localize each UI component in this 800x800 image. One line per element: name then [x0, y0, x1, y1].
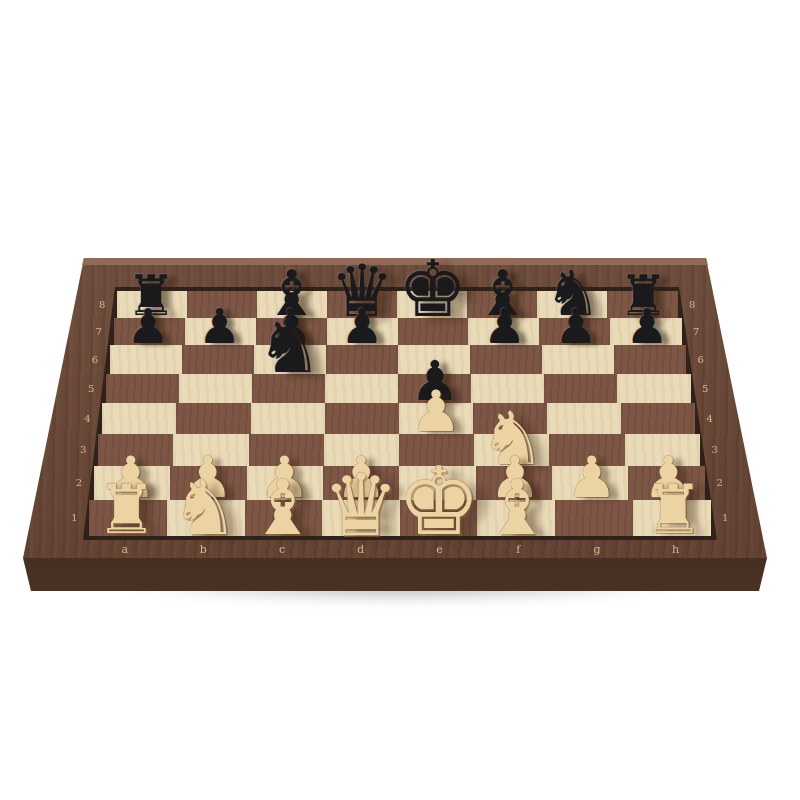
rank-label-right-2: 2: [717, 478, 723, 488]
rank-label-left-6: 6: [92, 355, 98, 365]
piece-white-knight-b1[interactable]: ♞: [171, 470, 239, 546]
square-a4[interactable]: [102, 403, 177, 434]
piece-white-rook-a1[interactable]: ♜: [96, 476, 157, 544]
file-label-g: g: [593, 544, 600, 555]
square-g5[interactable]: [544, 374, 618, 403]
square-b4[interactable]: [176, 403, 251, 434]
playing-area: [0, 0, 800, 800]
piece-white-king-e1[interactable]: ♚: [397, 455, 481, 549]
rank-label-right-6: 6: [697, 355, 703, 365]
board-cast-shadow: [10, 556, 790, 614]
piece-black-pawn-d7[interactable]: ♟: [340, 302, 383, 350]
rank-label-left-2: 2: [76, 478, 82, 488]
rank-label-right-7: 7: [693, 327, 699, 337]
piece-white-queen-d1[interactable]: ♛: [322, 462, 399, 548]
piece-white-pawn-g2[interactable]: ♟: [566, 449, 617, 506]
rank-label-left-8: 8: [99, 300, 105, 310]
chessboard-scene: abcdefgh8877665544332211 ♜♝♛♚♝♞♜♟♟♟♟♟♟♟♞…: [0, 0, 800, 800]
piece-white-bishop-c1[interactable]: ♝: [249, 470, 317, 546]
piece-white-rook-h1[interactable]: ♜: [643, 476, 704, 544]
piece-black-king-e8[interactable]: ♚: [397, 250, 467, 328]
square-a5[interactable]: [106, 374, 180, 403]
square-d4[interactable]: [325, 403, 400, 434]
rank-label-right-8: 8: [689, 300, 695, 310]
square-b5[interactable]: [179, 374, 253, 403]
rank-label-right-5: 5: [702, 384, 708, 394]
rank-label-left-7: 7: [96, 327, 102, 337]
piece-black-pawn-a7[interactable]: ♟: [127, 302, 170, 350]
rank-label-left-5: 5: [88, 384, 94, 394]
piece-black-knight-c6[interactable]: ♞: [256, 309, 322, 383]
piece-white-pawn-e4[interactable]: ♟: [410, 383, 461, 440]
rank-label-left-4: 4: [84, 414, 90, 424]
square-h4[interactable]: [621, 403, 696, 434]
rank-label-right-3: 3: [711, 445, 717, 455]
piece-black-pawn-h7[interactable]: ♟: [626, 302, 669, 350]
rank-label-right-4: 4: [707, 414, 713, 424]
piece-white-bishop-f1[interactable]: ♝: [483, 470, 551, 546]
piece-black-pawn-b7[interactable]: ♟: [198, 302, 241, 350]
rank-label-left-3: 3: [80, 445, 86, 455]
square-d5[interactable]: [325, 374, 399, 403]
square-h5[interactable]: [617, 374, 691, 403]
square-g4[interactable]: [547, 403, 622, 434]
piece-black-pawn-f7[interactable]: ♟: [483, 302, 526, 350]
piece-black-pawn-g7[interactable]: ♟: [554, 302, 597, 350]
rank-label-right-1: 1: [722, 513, 728, 523]
rank-label-left-1: 1: [71, 513, 77, 523]
square-c4[interactable]: [251, 403, 326, 434]
